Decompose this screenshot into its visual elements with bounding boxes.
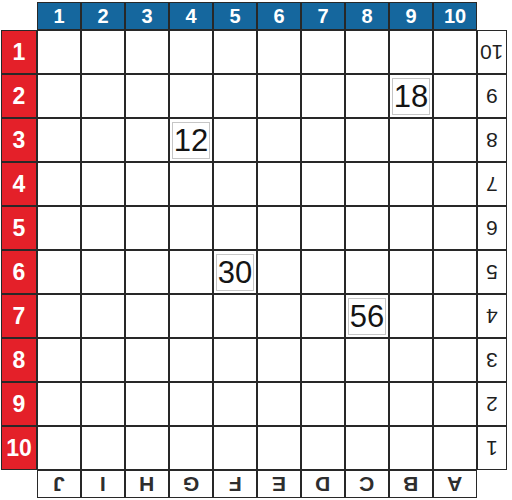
cell-r9c4[interactable]	[169, 382, 213, 426]
bottom-label-I: I	[81, 470, 125, 498]
cell-r1c2[interactable]	[81, 30, 125, 74]
cell-r10c3[interactable]	[125, 426, 169, 470]
col-header-label: 10	[444, 5, 466, 28]
cell-r4c4[interactable]	[169, 162, 213, 206]
row-header-label: 6	[13, 259, 26, 286]
cell-value-box: 12	[172, 122, 210, 159]
cell-r2c8[interactable]	[345, 74, 389, 118]
corner-blank	[477, 2, 507, 30]
bottom-label-C: C	[345, 470, 389, 498]
cell-r1c6[interactable]	[257, 30, 301, 74]
right-label-4: 4	[477, 294, 507, 338]
cell-r7c8[interactable]: 56	[345, 294, 389, 338]
col-header-label: 7	[317, 5, 328, 28]
cell-r4c3[interactable]	[125, 162, 169, 206]
cell-r3c5[interactable]	[213, 118, 257, 162]
col-header-7: 7	[301, 2, 345, 30]
bottom-label-text: B	[403, 474, 418, 495]
cell-r5c7[interactable]	[301, 206, 345, 250]
cell-r6c2[interactable]	[81, 250, 125, 294]
cell-r6c5[interactable]: 30	[213, 250, 257, 294]
bottom-label-text: I	[100, 474, 106, 495]
row-header-10: 10	[1, 426, 37, 470]
cell-r4c2[interactable]	[81, 162, 125, 206]
cell-r3c6[interactable]	[257, 118, 301, 162]
col-header-label: 1	[53, 5, 64, 28]
cell-r9c6[interactable]	[257, 382, 301, 426]
row-header-label: 8	[13, 347, 26, 374]
cell-r5c3[interactable]	[125, 206, 169, 250]
bottom-label-E: E	[257, 470, 301, 498]
cell-r8c1[interactable]	[37, 338, 81, 382]
cell-r6c4[interactable]	[169, 250, 213, 294]
row-header-8: 8	[1, 338, 37, 382]
right-label-3: 3	[477, 338, 507, 382]
cell-r3c2[interactable]	[81, 118, 125, 162]
bottom-label-text: E	[272, 474, 286, 495]
cell-r8c5[interactable]	[213, 338, 257, 382]
col-header-8: 8	[345, 2, 389, 30]
bottom-label-text: F	[229, 474, 242, 495]
col-header-6: 6	[257, 2, 301, 30]
cell-r10c10[interactable]	[433, 426, 477, 470]
row-header-label: 10	[6, 435, 32, 462]
cell-r9c1[interactable]	[37, 382, 81, 426]
cell-r7c4[interactable]	[169, 294, 213, 338]
cell-r6c8[interactable]	[345, 250, 389, 294]
cell-r10c5[interactable]	[213, 426, 257, 470]
cell-r2c6[interactable]	[257, 74, 301, 118]
row-header-label: 5	[13, 215, 26, 242]
cell-r9c10[interactable]	[433, 382, 477, 426]
row-header-label: 4	[13, 171, 26, 198]
cell-r5c10[interactable]	[433, 206, 477, 250]
cell-r2c5[interactable]	[213, 74, 257, 118]
cell-r9c5[interactable]	[213, 382, 257, 426]
bottom-label-text: A	[447, 474, 462, 495]
cell-r7c9[interactable]	[389, 294, 433, 338]
cell-r9c9[interactable]	[389, 382, 433, 426]
cell-r1c10[interactable]	[433, 30, 477, 74]
cell-r9c8[interactable]	[345, 382, 389, 426]
cell-r6c10[interactable]	[433, 250, 477, 294]
bottom-label-B: B	[389, 470, 433, 498]
bottom-label-F: F	[213, 470, 257, 498]
right-label-6: 6	[477, 206, 507, 250]
cell-r8c6[interactable]	[257, 338, 301, 382]
right-label-10: 10	[477, 30, 507, 74]
cell-r2c2[interactable]	[81, 74, 125, 118]
cell-r5c1[interactable]	[37, 206, 81, 250]
cell-r6c7[interactable]	[301, 250, 345, 294]
cell-r10c7[interactable]	[301, 426, 345, 470]
cell-r3c9[interactable]	[389, 118, 433, 162]
cell-r10c4[interactable]	[169, 426, 213, 470]
right-label-text: 10	[480, 42, 503, 63]
cell-r4c9[interactable]	[389, 162, 433, 206]
row-header-6: 6	[1, 250, 37, 294]
row-header-label: 1	[13, 39, 26, 66]
bottom-label-G: G	[169, 470, 213, 498]
right-label-text: 9	[486, 86, 498, 107]
cell-r5c4[interactable]	[169, 206, 213, 250]
right-label-text: 1	[486, 438, 498, 459]
right-label-text: 6	[486, 218, 498, 239]
col-header-1: 1	[37, 2, 81, 30]
row-header-1: 1	[1, 30, 37, 74]
right-label-7: 7	[477, 162, 507, 206]
cell-r7c5[interactable]	[213, 294, 257, 338]
bottom-label-text: H	[139, 474, 154, 495]
row-header-label: 3	[13, 127, 26, 154]
col-header-label: 5	[229, 5, 240, 28]
cell-r2c10[interactable]	[433, 74, 477, 118]
corner-blank	[477, 470, 507, 498]
cell-r3c1[interactable]	[37, 118, 81, 162]
cell-value-box: 30	[216, 254, 254, 291]
right-label-text: 8	[486, 130, 498, 151]
cell-r1c5[interactable]	[213, 30, 257, 74]
cell-r8c10[interactable]	[433, 338, 477, 382]
row-header-label: 9	[13, 391, 26, 418]
col-header-label: 9	[405, 5, 416, 28]
col-header-3: 3	[125, 2, 169, 30]
bottom-label-text: D	[315, 474, 330, 495]
cell-r7c10[interactable]	[433, 294, 477, 338]
cell-r2c9[interactable]: 18	[389, 74, 433, 118]
cell-r1c4[interactable]	[169, 30, 213, 74]
cell-r10c1[interactable]	[37, 426, 81, 470]
cell-r1c3[interactable]	[125, 30, 169, 74]
col-header-2: 2	[81, 2, 125, 30]
cell-r5c5[interactable]	[213, 206, 257, 250]
bottom-label-A: A	[433, 470, 477, 498]
cell-r8c3[interactable]	[125, 338, 169, 382]
right-label-text: 5	[486, 262, 498, 283]
cell-r4c7[interactable]	[301, 162, 345, 206]
col-header-label: 8	[361, 5, 372, 28]
cell-r10c8[interactable]	[345, 426, 389, 470]
cell-r2c1[interactable]	[37, 74, 81, 118]
cell-r3c4[interactable]: 12	[169, 118, 213, 162]
cell-r1c7[interactable]	[301, 30, 345, 74]
col-header-9: 9	[389, 2, 433, 30]
cell-r7c1[interactable]	[37, 294, 81, 338]
cell-r8c8[interactable]	[345, 338, 389, 382]
row-header-4: 4	[1, 162, 37, 206]
cell-r8c7[interactable]	[301, 338, 345, 382]
cell-r8c2[interactable]	[81, 338, 125, 382]
cell-r3c7[interactable]	[301, 118, 345, 162]
cell-r10c2[interactable]	[81, 426, 125, 470]
bottom-label-text: G	[183, 474, 199, 495]
cell-r9c3[interactable]	[125, 382, 169, 426]
cell-r4c5[interactable]	[213, 162, 257, 206]
cell-r5c9[interactable]	[389, 206, 433, 250]
cell-r5c6[interactable]	[257, 206, 301, 250]
cell-r4c10[interactable]	[433, 162, 477, 206]
cell-r7c7[interactable]	[301, 294, 345, 338]
cell-r5c8[interactable]	[345, 206, 389, 250]
col-header-label: 6	[273, 5, 284, 28]
cell-value-box: 56	[348, 298, 386, 335]
col-header-4: 4	[169, 2, 213, 30]
cell-r6c3[interactable]	[125, 250, 169, 294]
row-header-label: 2	[13, 83, 26, 110]
col-header-label: 2	[97, 5, 108, 28]
bottom-label-J: J	[37, 470, 81, 498]
row-header-3: 3	[1, 118, 37, 162]
bottom-label-D: D	[301, 470, 345, 498]
right-label-9: 9	[477, 74, 507, 118]
cell-r8c4[interactable]	[169, 338, 213, 382]
col-header-label: 4	[185, 5, 196, 28]
cell-r5c2[interactable]	[81, 206, 125, 250]
right-label-text: 4	[486, 306, 498, 327]
cell-r8c9[interactable]	[389, 338, 433, 382]
row-header-9: 9	[1, 382, 37, 426]
right-label-text: 7	[486, 174, 498, 195]
right-label-2: 2	[477, 382, 507, 426]
bottom-label-H: H	[125, 470, 169, 498]
corner-blank	[1, 2, 37, 30]
cell-r4c6[interactable]	[257, 162, 301, 206]
bottom-label-text: C	[359, 474, 374, 495]
cell-r2c4[interactable]	[169, 74, 213, 118]
row-header-2: 2	[1, 74, 37, 118]
cell-r10c6[interactable]	[257, 426, 301, 470]
cell-value-box: 18	[392, 78, 430, 115]
cell-r7c6[interactable]	[257, 294, 301, 338]
right-label-8: 8	[477, 118, 507, 162]
cell-r3c3[interactable]	[125, 118, 169, 162]
right-label-1: 1	[477, 426, 507, 470]
col-header-5: 5	[213, 2, 257, 30]
cell-r4c1[interactable]	[37, 162, 81, 206]
col-header-label: 3	[141, 5, 152, 28]
bottom-label-text: J	[53, 474, 65, 495]
col-header-10: 10	[433, 2, 477, 30]
row-header-5: 5	[1, 206, 37, 250]
corner-blank	[1, 470, 37, 498]
cell-r2c7[interactable]	[301, 74, 345, 118]
cell-r3c10[interactable]	[433, 118, 477, 162]
cell-r9c7[interactable]	[301, 382, 345, 426]
right-label-text: 3	[486, 350, 498, 371]
cell-r6c1[interactable]	[37, 250, 81, 294]
multiplication-board: 1234567891011021893128475663057564839210…	[1, 2, 511, 498]
cell-r7c2[interactable]	[81, 294, 125, 338]
row-header-label: 7	[13, 303, 26, 330]
right-label-5: 5	[477, 250, 507, 294]
cell-r6c6[interactable]	[257, 250, 301, 294]
cell-r3c8[interactable]	[345, 118, 389, 162]
cell-r1c9[interactable]	[389, 30, 433, 74]
cell-r4c8[interactable]	[345, 162, 389, 206]
row-header-7: 7	[1, 294, 37, 338]
cell-r10c9[interactable]	[389, 426, 433, 470]
cell-r2c3[interactable]	[125, 74, 169, 118]
cell-r9c2[interactable]	[81, 382, 125, 426]
cell-r1c8[interactable]	[345, 30, 389, 74]
right-label-text: 2	[486, 394, 498, 415]
cell-r6c9[interactable]	[389, 250, 433, 294]
cell-r1c1[interactable]	[37, 30, 81, 74]
cell-r7c3[interactable]	[125, 294, 169, 338]
